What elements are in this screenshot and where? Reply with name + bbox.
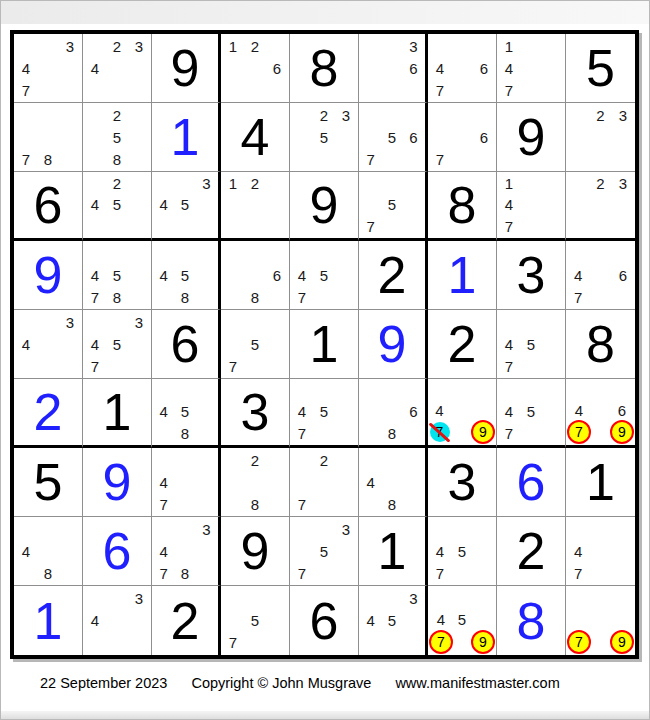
candidate-digit-4: 4 [429,540,451,562]
candidate-slot-8 [520,216,542,237]
candidate-slot-2 [520,311,542,333]
candidate-digit-7: 7 [153,493,174,515]
candidate-digit-8: 8 [381,493,402,515]
given-digit: 6 [310,595,339,647]
cell-r7c6[interactable]: 48 [359,448,428,517]
candidate-slot-3 [612,518,634,540]
candidate-slot-6 [403,471,424,493]
cell-r4c5[interactable]: 457 [290,241,359,310]
given-digit: 6 [171,318,200,370]
cell-r8c2[interactable]: 6 [83,517,152,586]
candidate-slot-9 [335,493,357,515]
candidate-slot-4 [222,609,244,631]
candidate-digit-4: 4 [84,333,106,355]
cell-r5c6[interactable]: 9 [359,310,428,379]
cell-r4c7[interactable]: 1 [428,241,497,310]
cell-r3c5[interactable]: 9 [290,172,359,241]
candidate-digit-8: 8 [174,562,195,584]
cell-r9c7[interactable]: 4579 [428,586,497,655]
candidate-grid: 34 [15,311,81,377]
candidate-slot-2 [450,380,471,400]
cell-r1c8[interactable]: 147 [497,34,566,103]
candidate-slot-9 [196,216,217,237]
cell-r5c9[interactable]: 8 [566,310,635,379]
cell-r3c9[interactable]: 23 [566,172,635,241]
candidate-grid: 3478 [153,518,217,584]
candidate-slot-6 [335,540,357,562]
cell-r9c8[interactable]: 8 [497,586,566,655]
candidate-digit-8: 8 [106,286,128,308]
candidate-digit-7: 7 [498,355,520,377]
candidate-slot-2 [591,380,610,400]
cell-r7c9[interactable]: 1 [566,448,635,517]
candidate-grid: 4679 [567,380,634,444]
candidate-digit-2: 2 [244,449,266,471]
candidate-digit-7: 7 [15,148,37,170]
candidate-slot-8 [589,148,611,170]
candidate-slot-9 [196,562,217,584]
candidate-grid: 258 [84,104,150,170]
candidate-digit-8: 8 [244,493,266,515]
candidate-slot-6 [542,333,564,355]
cell-r9c2[interactable]: 34 [83,586,152,655]
candidate-slot-8 [313,148,335,170]
candidate-slot-9 [196,493,217,515]
candidate-digit-3: 3 [128,587,150,609]
candidate-slot-4 [567,609,591,631]
candidate-slot-1 [84,173,106,194]
cell-r4c8[interactable]: 3 [497,241,566,310]
candidate-slot-6 [335,401,357,422]
cell-r6c5[interactable]: 457 [290,379,359,448]
cell-r2c9[interactable]: 23 [566,103,635,172]
candidate-slot-3 [59,104,81,126]
candidate-digit-2: 2 [106,35,128,57]
cell-r8c8[interactable]: 2 [497,517,566,586]
cell-r4c9[interactable]: 467 [566,241,635,310]
candidate-digit-4: 4 [291,401,313,422]
cell-r6c4[interactable]: 3 [221,379,290,448]
candidate-slot-5 [244,264,266,286]
candidate-grid: 12 [222,173,288,237]
highlighted-candidate-yellow[interactable]: 7 [567,420,591,444]
given-digit: 1 [378,525,407,577]
candidate-slot-9 [59,148,81,170]
cell-r4c3[interactable]: 458 [152,241,221,310]
candidate-slot-5 [591,609,610,631]
candidate-grid: 234 [84,35,150,101]
candidate-slot-6 [59,57,81,79]
cell-r2c7[interactable]: 67 [428,103,497,172]
cell-r9c1[interactable]: 1 [14,586,83,655]
cell-r4c2[interactable]: 4578 [83,241,152,310]
cell-r6c7[interactable]: 479 [428,379,497,448]
candidate-slot-4 [567,126,589,148]
candidate-digit-3: 3 [403,587,424,609]
cell-r3c3[interactable]: 345 [152,172,221,241]
given-digit: 1 [586,456,615,508]
candidate-slot-7 [153,216,174,237]
cell-r1c2[interactable]: 234 [83,34,152,103]
eliminated-candidate-cyan[interactable]: 7 [430,422,450,442]
solved-digit: 8 [517,595,546,647]
cell-r2c4[interactable]: 4 [221,103,290,172]
cell-r1c3[interactable]: 9 [152,34,221,103]
cell-r7c5[interactable]: 27 [290,448,359,517]
candidate-grid: 245 [84,173,150,237]
cell-r8c9[interactable]: 47 [566,517,635,586]
candidate-slot-9 [403,216,424,237]
candidate-slot-6 [403,609,424,631]
candidate-slot-7: 7 [567,630,591,654]
candidate-grid: 3457 [84,311,150,377]
cell-r7c2[interactable]: 9 [83,448,152,517]
candidate-digit-3: 3 [196,173,217,194]
cell-r1c9[interactable]: 5 [566,34,635,103]
cell-r9c6[interactable]: 345 [359,586,428,655]
candidate-digit-7: 7 [429,562,451,584]
candidate-slot-1 [360,380,381,401]
candidate-slot-9 [542,216,564,237]
candidate-slot-7 [360,632,381,654]
candidate-digit-5: 5 [174,194,195,215]
candidate-digit-4: 4 [498,194,520,215]
candidate-digit-4: 4 [498,333,520,355]
candidate-slot-1 [291,518,313,540]
candidate-grid: 457 [429,518,495,584]
candidate-slot-4 [222,57,244,79]
candidate-slot-1 [222,449,244,471]
candidate-slot-8 [520,79,542,101]
candidate-slot-7 [84,632,106,654]
candidate-slot-2 [37,104,59,126]
candidate-digit-7: 7 [567,286,589,308]
candidate-slot-3 [196,242,217,264]
solved-digit: 2 [34,386,63,438]
candidate-slot-3 [196,380,217,401]
cell-r7c8[interactable]: 6 [497,448,566,517]
candidate-digit-8: 8 [174,286,195,308]
candidate-slot-3 [266,35,288,57]
cell-r3c7[interactable]: 8 [428,172,497,241]
cell-r6c2[interactable]: 1 [83,379,152,448]
cell-r3c1[interactable]: 6 [14,172,83,241]
candidate-slot-5 [381,471,402,493]
given-digit: 1 [103,386,132,438]
candidate-grid: 147 [498,173,564,237]
candidate-slot-9 [266,79,288,101]
given-digit: 4 [241,111,270,163]
candidate-slot-1 [153,518,174,540]
candidate-slot-1 [360,587,381,609]
candidate-slot-5 [37,57,59,79]
cell-r1c7[interactable]: 467 [428,34,497,103]
candidate-digit-5: 5 [106,126,128,148]
candidate-slot-8 [174,216,195,237]
cell-r6c9[interactable]: 4679 [566,379,635,448]
candidate-slot-1 [360,449,381,471]
candidate-slot-2 [520,380,542,401]
candidate-slot-2 [451,104,473,126]
cell-r9c9[interactable]: 79 [566,586,635,655]
cell-r9c4[interactable]: 57 [221,586,290,655]
candidate-digit-7: 7 [498,79,520,101]
highlighted-candidate-yellow[interactable]: 7 [567,630,591,654]
given-digit: 5 [34,456,63,508]
candidate-slot-7 [222,216,244,237]
cell-r6c3[interactable]: 458 [152,379,221,448]
candidate-slot-6 [128,57,150,79]
candidate-slot-2 [381,35,402,57]
candidate-digit-7: 7 [360,148,381,170]
candidate-digit-5: 5 [244,333,266,355]
footer-date: 22 September 2023 [40,675,167,691]
cell-r8c6[interactable]: 1 [359,517,428,586]
candidate-slot-5 [589,540,611,562]
candidate-slot-9 [473,79,495,101]
candidate-digit-3: 3 [335,518,357,540]
candidate-digit-5: 5 [174,264,195,286]
footer-website[interactable]: www.manifestmaster.com [395,675,559,691]
cell-r2c6[interactable]: 567 [359,103,428,172]
candidate-digit-4: 4 [360,471,381,493]
candidate-slot-6 [610,609,634,631]
candidate-slot-5 [313,471,335,493]
candidate-slot-2 [106,242,128,264]
candidate-digit-7: 7 [498,216,520,237]
candidate-slot-4 [429,126,451,148]
candidate-slot-7: 7 [567,420,591,444]
candidate-slot-1 [15,35,37,57]
candidate-slot-7 [84,148,106,170]
given-digit: 2 [171,595,200,647]
candidate-grid: 79 [567,587,634,654]
given-digit: 9 [171,42,200,94]
cell-r8c1[interactable]: 48 [14,517,83,586]
candidate-grid: 126 [222,35,288,101]
candidate-slot-6 [266,194,288,215]
elimination-strike-icon [428,422,450,442]
cell-r5c8[interactable]: 457 [497,310,566,379]
candidate-slot-3 [542,173,564,194]
cell-r3c8[interactable]: 147 [497,172,566,241]
candidate-slot-5 [589,194,611,215]
candidate-digit-4: 4 [567,540,589,562]
candidate-slot-2 [174,518,195,540]
cell-r4c4[interactable]: 68 [221,241,290,310]
candidate-slot-7 [222,493,244,515]
candidate-digit-4: 4 [15,333,37,355]
candidate-slot-7 [84,216,106,237]
candidate-grid: 479 [429,380,495,444]
candidate-slot-2 [174,380,195,401]
top-band [1,1,649,24]
candidate-slot-3 [335,449,357,471]
candidate-slot-9 [542,423,564,444]
candidate-digit-4: 4 [15,57,37,79]
candidate-slot-6 [266,471,288,493]
cell-r5c5[interactable]: 1 [290,310,359,379]
candidate-grid: 345 [153,173,217,237]
cell-r2c1[interactable]: 78 [14,103,83,172]
cell-r2c8[interactable]: 9 [497,103,566,172]
candidate-slot-1 [15,104,37,126]
candidate-slot-1 [291,380,313,401]
candidate-slot-9 [335,423,357,444]
cell-r8c3[interactable]: 3478 [152,517,221,586]
cell-r3c6[interactable]: 57 [359,172,428,241]
candidate-digit-4: 4 [498,401,520,422]
candidate-grid: 357 [291,518,357,584]
cell-r8c7[interactable]: 457 [428,517,497,586]
cell-r5c7[interactable]: 2 [428,310,497,379]
cell-r1c6[interactable]: 36 [359,34,428,103]
candidate-digit-3: 3 [59,35,81,57]
candidate-slot-7 [291,148,313,170]
cell-r2c3[interactable]: 1 [152,103,221,172]
candidate-digit-7: 7 [429,148,451,170]
candidate-slot-1 [567,104,589,126]
candidate-slot-3 [473,35,495,57]
candidate-slot-9 [542,355,564,377]
candidate-grid: 47 [567,518,634,584]
candidate-digit-7: 7 [498,423,520,444]
candidate-digit-5: 5 [106,194,128,215]
candidate-slot-5 [589,126,611,148]
given-digit: 3 [241,386,270,438]
candidate-slot-3 [542,380,564,401]
cell-r2c5[interactable]: 235 [290,103,359,172]
candidate-slot-2 [453,587,471,609]
cell-r6c6[interactable]: 68 [359,379,428,448]
candidate-slot-9 [473,148,495,170]
candidate-slot-9: 9 [610,420,634,444]
candidate-digit-3: 3 [128,311,150,333]
candidate-grid: 68 [222,242,288,308]
highlighted-candidate-yellow[interactable]: 9 [471,630,495,654]
candidate-digit-4: 4 [291,264,313,286]
cell-r4c1[interactable]: 9 [14,241,83,310]
cell-r6c8[interactable]: 457 [497,379,566,448]
candidate-slot-7 [222,79,244,101]
cell-r1c5[interactable]: 8 [290,34,359,103]
candidate-slot-7 [567,216,589,237]
candidate-slot-2 [451,35,473,57]
cell-r1c1[interactable]: 347 [14,34,83,103]
candidate-slot-9: 9 [471,420,495,444]
candidate-slot-5 [381,57,402,79]
candidate-digit-5: 5 [381,126,402,148]
candidate-slot-4 [291,126,313,148]
candidate-digit-4: 4 [567,264,589,286]
candidate-slot-8 [450,420,471,444]
cell-r5c1[interactable]: 34 [14,310,83,379]
candidate-slot-1 [222,587,244,609]
candidate-slot-2 [313,518,335,540]
candidate-slot-2 [244,311,266,333]
candidate-slot-1 [84,311,106,333]
candidate-digit-7: 7 [291,493,313,515]
candidate-slot-3 [266,242,288,264]
highlighted-candidate-yellow[interactable]: 9 [610,630,634,654]
candidate-slot-4 [222,471,244,493]
cell-r3c2[interactable]: 245 [83,172,152,241]
highlighted-candidate-yellow[interactable]: 9 [610,420,634,444]
candidate-slot-9 [403,79,424,101]
highlighted-candidate-yellow[interactable]: 9 [471,420,495,444]
candidate-slot-3 [266,587,288,609]
candidate-digit-7: 7 [291,562,313,584]
highlighted-candidate-yellow[interactable]: 7 [429,630,453,654]
candidate-digit-4: 4 [84,609,106,631]
candidate-slot-5 [520,57,542,79]
cell-r6c1[interactable]: 2 [14,379,83,448]
candidate-slot-2 [589,518,611,540]
candidate-digit-5: 5 [381,609,402,631]
candidate-slot-5 [244,57,266,79]
candidate-digit-8: 8 [174,423,195,444]
candidate-slot-6 [128,264,150,286]
candidate-slot-8 [589,286,611,308]
candidate-slot-6 [403,194,424,215]
cell-r7c1[interactable]: 5 [14,448,83,517]
candidate-slot-4 [360,57,381,79]
candidate-slot-4 [222,333,244,355]
candidate-slot-7 [567,148,589,170]
cell-r1c4[interactable]: 126 [221,34,290,103]
cell-r5c2[interactable]: 3457 [83,310,152,379]
cell-r5c4[interactable]: 57 [221,310,290,379]
cell-r7c7[interactable]: 3 [428,448,497,517]
candidate-slot-5 [520,194,542,215]
candidate-slot-9 [612,562,634,584]
candidate-digit-8: 8 [244,286,266,308]
candidate-slot-1 [567,587,591,609]
cell-r5c3[interactable]: 6 [152,310,221,379]
cell-r7c4[interactable]: 28 [221,448,290,517]
cell-r7c3[interactable]: 47 [152,448,221,517]
candidate-digit-4: 4 [429,400,450,420]
cell-r9c5[interactable]: 6 [290,586,359,655]
given-digit: 3 [448,456,477,508]
candidate-digit-3: 3 [59,311,81,333]
candidate-slot-1 [153,242,174,264]
candidate-slot-9 [335,286,357,308]
candidate-slot-7 [15,562,37,584]
candidate-slot-5 [244,471,266,493]
cell-r9c3[interactable]: 2 [152,586,221,655]
candidate-slot-9 [196,423,217,444]
cell-r4c6[interactable]: 2 [359,241,428,310]
candidate-digit-8: 8 [37,562,59,584]
candidate-slot-7 [153,286,174,308]
candidate-digit-5: 5 [244,609,266,631]
cell-r8c4[interactable]: 9 [221,517,290,586]
candidate-slot-6 [266,609,288,631]
cell-r3c4[interactable]: 12 [221,172,290,241]
candidate-slot-2 [451,518,473,540]
candidate-slot-8 [381,216,402,237]
candidate-grid: 36 [360,35,424,101]
candidate-grid: 457 [498,311,564,377]
candidate-slot-2 [381,173,402,194]
candidate-slot-1 [84,35,106,57]
candidate-slot-9 [473,562,495,584]
candidate-grid: 78 [15,104,81,170]
cell-r2c2[interactable]: 258 [83,103,152,172]
candidate-slot-3 [610,380,634,400]
cell-r8c5[interactable]: 357 [290,517,359,586]
